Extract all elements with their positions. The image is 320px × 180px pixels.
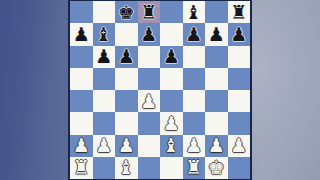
square-e6[interactable]: ♟ (160, 46, 183, 68)
white-pawn: ♟ (73, 136, 90, 155)
square-f8[interactable]: ♝ (183, 1, 206, 23)
square-g1[interactable]: ♚ (205, 157, 228, 179)
square-h2[interactable]: ♟ (228, 135, 251, 157)
square-d8[interactable]: ♜ (138, 1, 161, 23)
square-h7[interactable]: ♟ (228, 23, 251, 45)
page-background: ♚♜♝♜♟♝♟♟♟♟♟♟♟♟♟♟♟♟♝♟♟♟♜♝♜♚ (0, 0, 320, 180)
square-g2[interactable]: ♟ (205, 135, 228, 157)
white-rook: ♜ (73, 158, 90, 177)
black-pawn: ♟ (140, 24, 157, 43)
white-king: ♚ (208, 158, 225, 177)
black-rook: ♜ (230, 2, 247, 21)
square-f7[interactable]: ♟ (183, 23, 206, 45)
white-bishop: ♝ (118, 158, 135, 177)
square-c2[interactable]: ♟ (115, 135, 138, 157)
square-e2[interactable]: ♝ (160, 135, 183, 157)
square-g4[interactable] (205, 90, 228, 112)
square-a3[interactable] (70, 112, 93, 134)
square-f5[interactable] (183, 68, 206, 90)
black-pawn: ♟ (118, 47, 135, 66)
chess-board-frame: ♚♜♝♜♟♝♟♟♟♟♟♟♟♟♟♟♟♟♝♟♟♟♜♝♜♚ (68, 0, 252, 180)
square-g7[interactable]: ♟ (205, 23, 228, 45)
black-pawn: ♟ (185, 24, 202, 43)
square-b6[interactable]: ♟ (93, 46, 116, 68)
square-a1[interactable]: ♜ (70, 157, 93, 179)
square-d4[interactable]: ♟ (138, 90, 161, 112)
square-f1[interactable]: ♜ (183, 157, 206, 179)
black-pawn: ♟ (95, 47, 112, 66)
square-b2[interactable]: ♟ (93, 135, 116, 157)
square-f6[interactable] (183, 46, 206, 68)
square-e5[interactable] (160, 68, 183, 90)
black-pawn: ♟ (208, 24, 225, 43)
square-b4[interactable] (93, 90, 116, 112)
square-b5[interactable] (93, 68, 116, 90)
square-d1[interactable] (138, 157, 161, 179)
square-a8[interactable] (70, 1, 93, 23)
square-d7[interactable]: ♟ (138, 23, 161, 45)
black-king: ♚ (118, 2, 135, 21)
white-pawn: ♟ (118, 136, 135, 155)
square-h8[interactable]: ♜ (228, 1, 251, 23)
square-f3[interactable] (183, 112, 206, 134)
white-pawn: ♟ (140, 91, 157, 110)
square-g5[interactable] (205, 68, 228, 90)
square-d2[interactable] (138, 135, 161, 157)
black-bishop: ♝ (95, 24, 112, 43)
square-g3[interactable] (205, 112, 228, 134)
square-b3[interactable] (93, 112, 116, 134)
square-c8[interactable]: ♚ (115, 1, 138, 23)
square-e4[interactable] (160, 90, 183, 112)
square-e8[interactable] (160, 1, 183, 23)
square-h5[interactable] (228, 68, 251, 90)
square-b1[interactable] (93, 157, 116, 179)
square-g6[interactable] (205, 46, 228, 68)
square-c1[interactable]: ♝ (115, 157, 138, 179)
square-a2[interactable]: ♟ (70, 135, 93, 157)
square-h3[interactable] (228, 112, 251, 134)
square-h1[interactable] (228, 157, 251, 179)
white-rook: ♜ (185, 158, 202, 177)
square-e3[interactable]: ♟ (160, 112, 183, 134)
chess-board: ♚♜♝♜♟♝♟♟♟♟♟♟♟♟♟♟♟♟♝♟♟♟♜♝♜♚ (70, 1, 250, 179)
white-pawn: ♟ (185, 136, 202, 155)
black-rook: ♜ (140, 2, 157, 21)
white-pawn: ♟ (163, 113, 180, 132)
square-c7[interactable] (115, 23, 138, 45)
square-a5[interactable] (70, 68, 93, 90)
square-b7[interactable]: ♝ (93, 23, 116, 45)
square-c3[interactable] (115, 112, 138, 134)
square-d6[interactable] (138, 46, 161, 68)
square-d3[interactable] (138, 112, 161, 134)
white-pawn: ♟ (230, 136, 247, 155)
square-h6[interactable] (228, 46, 251, 68)
square-g8[interactable] (205, 1, 228, 23)
square-a4[interactable] (70, 90, 93, 112)
square-c6[interactable]: ♟ (115, 46, 138, 68)
square-h4[interactable] (228, 90, 251, 112)
white-pawn: ♟ (208, 136, 225, 155)
square-d5[interactable] (138, 68, 161, 90)
square-c5[interactable] (115, 68, 138, 90)
black-pawn: ♟ (230, 24, 247, 43)
square-f2[interactable]: ♟ (183, 135, 206, 157)
square-c4[interactable] (115, 90, 138, 112)
square-a6[interactable] (70, 46, 93, 68)
square-a7[interactable]: ♟ (70, 23, 93, 45)
square-e7[interactable] (160, 23, 183, 45)
square-b8[interactable] (93, 1, 116, 23)
white-pawn: ♟ (95, 136, 112, 155)
black-pawn: ♟ (73, 24, 90, 43)
square-f4[interactable] (183, 90, 206, 112)
black-pawn: ♟ (163, 47, 180, 66)
black-bishop: ♝ (185, 2, 202, 21)
square-e1[interactable] (160, 157, 183, 179)
white-bishop: ♝ (163, 136, 180, 155)
